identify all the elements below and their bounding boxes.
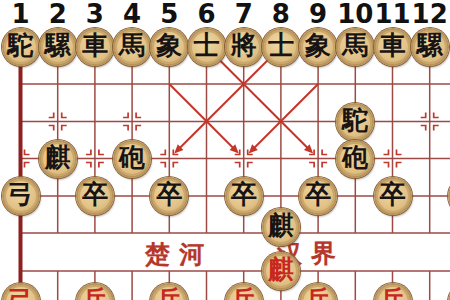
column-label-1: 1 xyxy=(2,0,40,29)
piece-black-士[interactable]: 士 xyxy=(188,28,226,66)
piece-character: 卒 xyxy=(305,182,331,208)
piece-black-砲[interactable]: 砲 xyxy=(336,140,374,178)
piece-character: 砲 xyxy=(342,145,368,171)
piece-character: 車 xyxy=(380,33,406,59)
piece-character: 麒 xyxy=(268,213,294,239)
piece-character: 麒 xyxy=(268,257,294,283)
piece-character: 兵 xyxy=(82,288,108,300)
piece-black-車[interactable]: 車 xyxy=(374,28,412,66)
piece-character: 象 xyxy=(305,33,331,59)
piece-black-卒[interactable]: 卒 xyxy=(225,177,263,215)
piece-black-騾[interactable]: 騾 xyxy=(39,28,77,66)
piece-black-騾[interactable]: 騾 xyxy=(411,28,449,66)
piece-black-駝[interactable]: 駝 xyxy=(2,28,40,66)
piece-black-卒[interactable]: 卒 xyxy=(76,177,114,215)
piece-black-車[interactable]: 車 xyxy=(76,28,114,66)
piece-character: 砲 xyxy=(119,145,145,171)
piece-character: 將 xyxy=(231,33,257,59)
column-label-11: 11 xyxy=(374,0,412,29)
piece-red-麒[interactable]: 麒 xyxy=(262,252,300,290)
board: 123456789101112 楚河 汉界 駝騾車馬象士將士象馬車騾駝麒砲砲弓卒… xyxy=(0,0,450,300)
piece-character: 士 xyxy=(194,33,220,59)
piece-character: 弓 xyxy=(8,182,34,208)
piece-character: 士 xyxy=(268,33,294,59)
column-label-7: 7 xyxy=(225,0,263,29)
column-label-3: 3 xyxy=(76,0,114,29)
piece-character: 駝 xyxy=(8,33,34,59)
piece-character: 麒 xyxy=(45,145,71,171)
piece-character: 車 xyxy=(82,33,108,59)
piece-character: 卒 xyxy=(231,182,257,208)
piece-character: 兵 xyxy=(305,288,331,300)
piece-character: 卒 xyxy=(156,182,182,208)
piece-character: 騾 xyxy=(45,33,71,59)
river-label-chu-he: 楚河 xyxy=(137,238,221,271)
column-label-8: 8 xyxy=(262,0,300,29)
piece-black-麒[interactable]: 麒 xyxy=(262,208,300,246)
piece-character: 兵 xyxy=(231,288,257,300)
piece-character: 駝 xyxy=(342,108,368,134)
piece-character: 卒 xyxy=(82,182,108,208)
piece-black-象[interactable]: 象 xyxy=(299,28,337,66)
piece-character: 兵 xyxy=(380,288,406,300)
piece-black-將[interactable]: 將 xyxy=(225,28,263,66)
column-label-6: 6 xyxy=(188,0,226,29)
piece-black-駝[interactable]: 駝 xyxy=(336,103,374,141)
piece-black-士[interactable]: 士 xyxy=(262,28,300,66)
column-label-9: 9 xyxy=(299,0,337,29)
piece-character: 卒 xyxy=(380,182,406,208)
column-label-10: 10 xyxy=(336,0,374,29)
piece-black-弓[interactable]: 弓 xyxy=(2,177,40,215)
piece-black-卒[interactable]: 卒 xyxy=(374,177,412,215)
piece-character: 弓 xyxy=(8,288,34,300)
column-label-4: 4 xyxy=(113,0,151,29)
piece-character: 馬 xyxy=(119,33,145,59)
piece-character: 馬 xyxy=(342,33,368,59)
piece-black-馬[interactable]: 馬 xyxy=(113,28,151,66)
piece-character: 兵 xyxy=(156,288,182,300)
piece-black-砲[interactable]: 砲 xyxy=(113,140,151,178)
column-label-2: 2 xyxy=(39,0,77,29)
column-label-12: 12 xyxy=(411,0,449,29)
piece-black-麒[interactable]: 麒 xyxy=(39,140,77,178)
column-label-5: 5 xyxy=(150,0,188,29)
piece-character: 象 xyxy=(156,33,182,59)
piece-character: 騾 xyxy=(417,33,443,59)
piece-black-卒[interactable]: 卒 xyxy=(299,177,337,215)
